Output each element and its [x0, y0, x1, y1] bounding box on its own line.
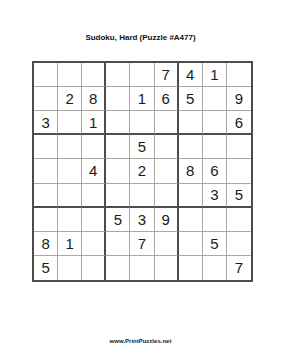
- cell-r6c7: [179, 184, 203, 208]
- cell-r3c1: 3: [34, 111, 58, 135]
- cell-r3c8: [203, 111, 227, 135]
- cell-r7c1: [34, 208, 58, 232]
- cell-r8c3: [82, 232, 106, 256]
- cell-r6c2: [58, 184, 82, 208]
- cell-r9c1: 5: [34, 256, 58, 280]
- cell-r7c7: [179, 208, 203, 232]
- cell-r4c8: [203, 135, 227, 159]
- cell-r2c8: [203, 87, 227, 111]
- cell-r9c5: [130, 256, 154, 280]
- cell-r4c1: [34, 135, 58, 159]
- cell-r6c4: [106, 184, 130, 208]
- cell-r9c2: [58, 256, 82, 280]
- cell-r1c2: [58, 63, 82, 87]
- cell-r4c7: [179, 135, 203, 159]
- cell-r2c7: 5: [179, 87, 203, 111]
- cell-r5c5: 2: [130, 159, 154, 183]
- cell-r1c5: [130, 63, 154, 87]
- cell-r7c8: [203, 208, 227, 232]
- cell-r8c6: [155, 232, 179, 256]
- cell-r7c4: 5: [106, 208, 130, 232]
- cell-r3c5: [130, 111, 154, 135]
- cell-r1c8: 1: [203, 63, 227, 87]
- cell-r7c5: 3: [130, 208, 154, 232]
- cell-r3c6: [155, 111, 179, 135]
- cell-r4c2: [58, 135, 82, 159]
- cell-r2c9: 9: [227, 87, 251, 111]
- cell-r5c2: [58, 159, 82, 183]
- cell-r4c3: [82, 135, 106, 159]
- cell-r4c5: 5: [130, 135, 154, 159]
- cell-r1c9: [227, 63, 251, 87]
- cell-r6c3: [82, 184, 106, 208]
- cell-r8c7: [179, 232, 203, 256]
- cell-r8c4: [106, 232, 130, 256]
- cell-r6c9: 5: [227, 184, 251, 208]
- cell-r9c3: [82, 256, 106, 280]
- cell-r7c6: 9: [155, 208, 179, 232]
- cell-r7c3: [82, 208, 106, 232]
- cell-r5c1: [34, 159, 58, 183]
- cell-r4c6: [155, 135, 179, 159]
- cell-r6c1: [34, 184, 58, 208]
- cell-r8c5: 7: [130, 232, 154, 256]
- cell-r5c7: 8: [179, 159, 203, 183]
- cell-r8c9: [227, 232, 251, 256]
- cell-r9c8: [203, 256, 227, 280]
- cell-r5c6: [155, 159, 179, 183]
- cell-r3c2: [58, 111, 82, 135]
- cell-r2c6: 6: [155, 87, 179, 111]
- cell-r1c1: [34, 63, 58, 87]
- cell-r2c5: 1: [130, 87, 154, 111]
- cell-r9c7: [179, 256, 203, 280]
- cell-r7c9: [227, 208, 251, 232]
- cell-r5c9: [227, 159, 251, 183]
- cell-r3c4: [106, 111, 130, 135]
- cell-r4c4: [106, 135, 130, 159]
- cell-r1c6: 7: [155, 63, 179, 87]
- cell-r6c8: 3: [203, 184, 227, 208]
- cell-r4c9: [227, 135, 251, 159]
- cell-r1c7: 4: [179, 63, 203, 87]
- cell-r6c6: [155, 184, 179, 208]
- sudoku-grid: 7412816593165428635539817557: [32, 61, 253, 282]
- cell-r9c4: [106, 256, 130, 280]
- cell-r3c7: [179, 111, 203, 135]
- cell-r8c1: 8: [34, 232, 58, 256]
- cell-r8c8: 5: [203, 232, 227, 256]
- cell-r5c3: 4: [82, 159, 106, 183]
- cell-r9c9: 7: [227, 256, 251, 280]
- cell-r2c2: 2: [58, 87, 82, 111]
- cell-r2c1: [34, 87, 58, 111]
- cell-r1c4: [106, 63, 130, 87]
- cell-r3c3: 1: [82, 111, 106, 135]
- cell-r8c2: 1: [58, 232, 82, 256]
- cell-r2c3: 8: [82, 87, 106, 111]
- cell-r2c4: [106, 87, 130, 111]
- page-title: Sudoku, Hard (Puzzle #A477): [0, 33, 281, 42]
- cell-r1c3: [82, 63, 106, 87]
- cell-r9c6: [155, 256, 179, 280]
- cell-r7c2: [58, 208, 82, 232]
- cell-r6c5: [130, 184, 154, 208]
- cell-r5c8: 6: [203, 159, 227, 183]
- footer-url: www.PrintPuzzles.net: [0, 338, 281, 344]
- cell-r5c4: [106, 159, 130, 183]
- cell-r3c9: 6: [227, 111, 251, 135]
